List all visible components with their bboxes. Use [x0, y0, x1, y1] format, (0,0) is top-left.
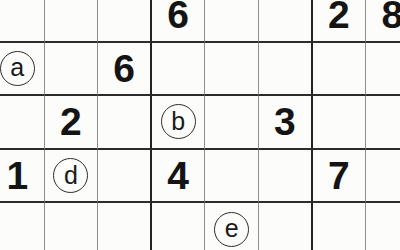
cell-r2c2[interactable] — [45, 43, 99, 97]
cell-r1c1[interactable] — [0, 0, 45, 43]
cell-r4c3[interactable] — [98, 150, 152, 204]
sudoku-puzzle-screenshot: 628a62b31d47e — [0, 0, 400, 250]
cell-r5c6[interactable] — [259, 203, 313, 250]
given-digit: 2 — [328, 0, 350, 34]
cell-r3c4[interactable]: b — [152, 96, 206, 150]
sudoku-board: 628a62b31d47e — [0, 0, 400, 250]
given-digit: 1 — [6, 156, 28, 195]
cell-r3c2[interactable]: 2 — [45, 96, 99, 150]
cell-r1c5[interactable] — [205, 0, 259, 43]
cell-r5c8[interactable] — [366, 203, 400, 250]
cell-r2c7[interactable] — [313, 43, 367, 97]
cell-r3c5[interactable] — [205, 96, 259, 150]
cell-r4c1[interactable]: 1 — [0, 150, 45, 204]
cell-r3c1[interactable] — [0, 96, 45, 150]
circled-letter-b: b — [161, 104, 196, 139]
cell-r5c2[interactable] — [45, 203, 99, 250]
cell-r5c3[interactable] — [98, 203, 152, 250]
circled-letter-e: e — [214, 212, 249, 247]
circled-letter-d: d — [53, 158, 88, 193]
cell-r5c5[interactable]: e — [205, 203, 259, 250]
cell-r4c2[interactable]: d — [45, 150, 99, 204]
cell-r5c4[interactable] — [152, 203, 206, 250]
cell-r5c7[interactable] — [313, 203, 367, 250]
given-digit: 2 — [60, 102, 82, 141]
cell-r1c3[interactable] — [98, 0, 152, 43]
given-digit: 8 — [382, 0, 400, 34]
cell-r3c3[interactable] — [98, 96, 152, 150]
given-digit: 4 — [167, 156, 189, 195]
cell-r1c2[interactable] — [45, 0, 99, 43]
cell-r2c6[interactable] — [259, 43, 313, 97]
cell-r5c1[interactable] — [0, 203, 45, 250]
cell-r1c4[interactable]: 6 — [152, 0, 206, 43]
cell-r4c4[interactable]: 4 — [152, 150, 206, 204]
cell-r3c6[interactable]: 3 — [259, 96, 313, 150]
cell-r2c1[interactable]: a — [0, 43, 45, 97]
cell-r1c6[interactable] — [259, 0, 313, 43]
cell-r2c3[interactable]: 6 — [98, 43, 152, 97]
given-digit: 6 — [113, 49, 135, 88]
cell-r2c8[interactable] — [366, 43, 400, 97]
circled-letter-a: a — [0, 51, 35, 86]
cell-r4c7[interactable]: 7 — [313, 150, 367, 204]
cell-r3c8[interactable] — [366, 96, 400, 150]
given-digit: 7 — [328, 156, 350, 195]
cell-r1c7[interactable]: 2 — [313, 0, 367, 43]
cell-r4c6[interactable] — [259, 150, 313, 204]
given-digit: 3 — [274, 102, 296, 141]
given-digit: 6 — [167, 0, 189, 34]
cell-r4c8[interactable] — [366, 150, 400, 204]
cell-r1c8[interactable]: 8 — [366, 0, 400, 43]
cell-r3c7[interactable] — [313, 96, 367, 150]
cell-r2c4[interactable] — [152, 43, 206, 97]
cell-r2c5[interactable] — [205, 43, 259, 97]
cell-r4c5[interactable] — [205, 150, 259, 204]
